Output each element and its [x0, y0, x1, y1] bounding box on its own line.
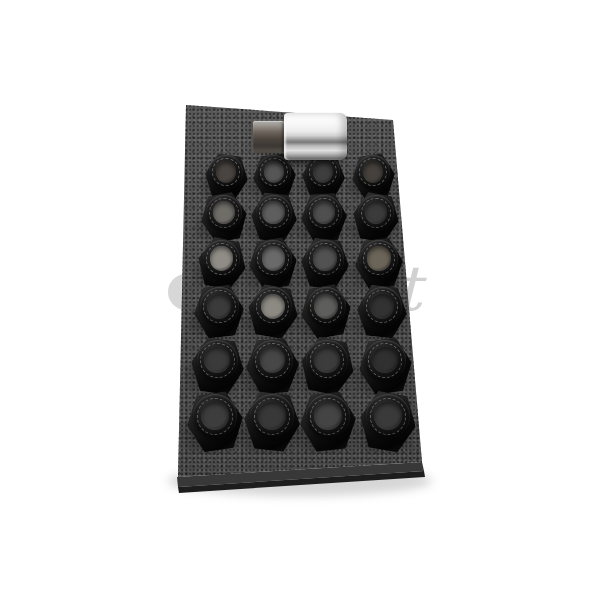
lug-nut — [191, 338, 244, 394]
lug-nut-top-face — [306, 195, 342, 231]
lug-nut-top-face — [366, 394, 410, 438]
lug-nut-top-face — [307, 287, 346, 326]
lug-nut-top-face — [197, 340, 238, 382]
lug-nut-top-face — [206, 195, 242, 231]
socket-key — [250, 111, 350, 167]
lug-nut-center-bore — [365, 201, 387, 224]
lug-nut-top-face — [360, 240, 397, 278]
lug-nut — [301, 193, 347, 242]
lug-nut — [248, 285, 298, 338]
lug-nut — [246, 338, 299, 394]
lug-nut-top-face — [203, 240, 240, 278]
lug-nut-center-bore — [372, 347, 398, 374]
lug-nut-top-face — [252, 340, 293, 382]
lug-nut-top-face — [306, 394, 350, 438]
lug-nut-center-bore — [262, 246, 285, 270]
lug-nut-top-face — [306, 340, 347, 382]
lug-nut-center-bore — [204, 347, 230, 374]
lug-nut-center-bore — [213, 201, 235, 224]
lug-nut-top-face — [358, 195, 394, 231]
lug-nut-center-bore — [207, 294, 231, 319]
lug-nut-top-face — [200, 287, 239, 326]
lug-nut-top-face — [193, 394, 237, 438]
lug-nut — [198, 238, 246, 289]
lug-nut-center-bore — [314, 294, 338, 319]
lug-nut-center-bore — [374, 402, 401, 430]
lug-nut — [355, 238, 403, 289]
lug-nut — [301, 338, 354, 394]
lug-nut-center-bore — [262, 201, 284, 224]
lug-nut-top-face — [250, 394, 294, 438]
lug-nut-center-bore — [370, 294, 394, 319]
lug-nut — [251, 193, 297, 242]
lug-nut-center-bore — [216, 161, 237, 183]
lug-nut-top-face — [363, 287, 402, 326]
lug-nut-center-bore — [201, 402, 228, 430]
lug-nut-center-bore — [260, 347, 286, 374]
lug-nut-center-bore — [367, 246, 390, 270]
lug-nut — [187, 392, 243, 451]
lug-nut-center-bore — [261, 294, 285, 319]
lug-nut — [201, 193, 247, 242]
socket-key-hex-adapter — [253, 121, 284, 153]
lug-nut — [357, 285, 407, 338]
socket-key-barrel — [284, 113, 347, 160]
lug-nut-center-bore — [313, 246, 336, 270]
lug-nut-grid — [0, 0, 600, 600]
lug-nut-top-face — [256, 195, 292, 231]
lug-nut — [194, 285, 244, 338]
lug-nut — [301, 238, 349, 289]
lug-nut-center-bore — [314, 347, 340, 374]
lug-nut-center-bore — [313, 201, 335, 224]
lug-nut-top-face — [306, 240, 343, 278]
lug-nut-top-face — [364, 340, 405, 382]
lug-nut-center-bore — [210, 246, 233, 270]
lug-nut — [353, 193, 399, 242]
product-photo: t — [0, 0, 600, 600]
lug-nut — [300, 392, 356, 451]
lug-nut — [359, 338, 412, 394]
lug-nut-center-bore — [258, 402, 285, 430]
lug-nut — [244, 392, 300, 451]
lug-nut-center-bore — [314, 402, 341, 430]
lug-nut-top-face — [356, 155, 390, 189]
lug-nut — [249, 238, 297, 289]
lug-nut-top-face — [254, 240, 291, 278]
lug-nut-center-bore — [363, 161, 384, 183]
lug-nut — [301, 285, 351, 338]
lug-nut — [360, 392, 416, 451]
lug-nut-top-face — [209, 155, 243, 189]
